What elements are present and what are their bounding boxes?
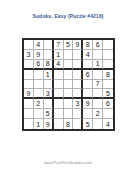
cell-r2c6 [73,50,83,60]
cell-r9c3: 9 [44,119,54,129]
cell-r1c9 [103,40,113,50]
cell-r9c9: 4 [103,119,113,129]
cell-r4c8 [93,70,103,80]
cell-r9c6 [73,119,83,129]
cell-r2c3 [44,50,54,60]
cell-r7c7: 9 [83,99,93,109]
cell-r2c8 [93,50,103,60]
cell-r2c7: 4 [83,50,93,60]
cell-r9c5: 8 [64,119,74,129]
cell-r2c1: 3 [24,50,34,60]
cell-r5c8: 7 [93,80,103,90]
cell-r6c2 [34,89,44,99]
cell-r9c8 [93,119,103,129]
cell-r6c7 [83,89,93,99]
cell-r4c1 [24,70,34,80]
cell-r5c3 [44,80,54,90]
cell-r6c6 [73,89,83,99]
cell-r1c8: 6 [93,40,103,50]
cell-r3c6 [73,60,83,70]
cell-r5c5 [64,80,74,90]
cell-r3c8: 1 [93,60,103,70]
cell-r8c7 [83,109,93,119]
cell-r5c2 [34,80,44,90]
cell-r3c4: 4 [54,60,64,70]
cell-r2c4: 1 [54,50,64,60]
cell-r8c1 [24,109,34,119]
cell-r8c3: 5 [44,109,54,119]
cell-r7c1 [24,99,34,109]
footer-url: www.PrintFreeSudoku.com [0,160,136,165]
cell-r4c7: 6 [83,70,93,80]
cell-r9c2: 1 [34,119,44,129]
cell-r8c5 [64,109,74,119]
cell-r4c4 [54,70,64,80]
cell-r1c6: 9 [73,40,83,50]
cell-r3c3: 8 [44,60,54,70]
cell-r8c6 [73,109,83,119]
cell-r3c9 [103,60,113,70]
cell-r7c9: 6 [103,99,113,109]
cell-r6c4 [54,89,64,99]
cell-r9c4 [54,119,64,129]
cell-r4c3: 1 [44,70,54,80]
cell-r4c9: 8 [103,70,113,80]
cell-r7c4 [54,99,64,109]
cell-r1c1 [24,40,34,50]
cell-r6c5 [64,89,74,99]
cell-r1c5: 5 [64,40,74,50]
cell-r4c5 [64,70,74,80]
sudoku-board: 47598639146841168793523965219854 [22,38,115,131]
cell-r4c6 [73,70,83,80]
cell-r3c5 [64,60,74,70]
cell-r7c6: 3 [73,99,83,109]
cell-r5c6 [73,80,83,90]
cell-r6c8 [93,89,103,99]
cell-r6c1: 9 [24,89,34,99]
cell-r8c2 [34,109,44,119]
cell-r3c7 [83,60,93,70]
cell-r6c3: 3 [44,89,54,99]
cell-r3c2: 6 [34,60,44,70]
cell-r8c4 [54,109,64,119]
cell-r5c9 [103,80,113,90]
cell-r5c4 [54,80,64,90]
cell-r9c7: 5 [83,119,93,129]
cell-r1c7: 8 [83,40,93,50]
cell-r2c5 [64,50,74,60]
cell-r7c2: 2 [34,99,44,109]
cell-r4c2 [34,70,44,80]
cell-r7c8 [93,99,103,109]
cell-r7c3 [44,99,54,109]
cell-r1c4: 7 [54,40,64,50]
page-title: Sudoku, Easy (Puzzle #4218) [0,13,136,20]
cell-r3c1 [24,60,34,70]
cell-r5c7 [83,80,93,90]
cell-r2c2: 9 [34,50,44,60]
cell-r1c3 [44,40,54,50]
cell-r7c5 [64,99,74,109]
cell-r9c1 [24,119,34,129]
cell-r8c9 [103,109,113,119]
cell-r6c9: 5 [103,89,113,99]
cell-r2c9 [103,50,113,60]
cell-r1c2: 4 [34,40,44,50]
cell-r8c8: 2 [93,109,103,119]
cell-r5c1 [24,80,34,90]
